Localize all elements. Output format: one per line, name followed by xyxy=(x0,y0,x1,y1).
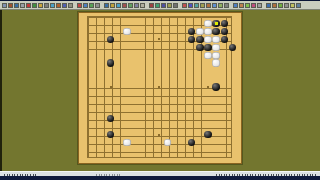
toolbar-icon[interactable] xyxy=(20,3,25,8)
toolbar-icon[interactable] xyxy=(200,3,205,8)
toolbar-icon[interactable] xyxy=(239,3,244,8)
toolbar-icon[interactable] xyxy=(173,3,178,8)
toolbar-icon[interactable] xyxy=(44,3,49,8)
black-stone xyxy=(229,44,236,51)
toolbar-icon[interactable] xyxy=(104,3,109,8)
toolbar-group xyxy=(2,3,73,8)
toolbar-group xyxy=(149,3,178,8)
toolbar-icon[interactable] xyxy=(257,3,262,8)
toolbar-icon[interactable] xyxy=(149,3,154,8)
toolbar-icon[interactable] xyxy=(212,3,217,8)
toolbar-icon[interactable] xyxy=(83,3,88,8)
toolbar-group xyxy=(77,3,100,8)
toolbar-icon[interactable] xyxy=(77,3,82,8)
toolbar-icon[interactable] xyxy=(50,3,55,8)
toolbar-icon[interactable] xyxy=(290,3,295,8)
toolbar-icon[interactable] xyxy=(161,3,166,8)
black-stone xyxy=(212,28,219,35)
white-stone xyxy=(204,36,211,43)
black-stone xyxy=(204,44,211,51)
toolbar-icon[interactable] xyxy=(2,3,7,8)
hoshi-point xyxy=(110,86,112,88)
toolbar-icon[interactable] xyxy=(14,3,19,8)
toolbar-icon[interactable] xyxy=(140,3,145,8)
last-move-marker xyxy=(215,22,218,25)
toolbar-group xyxy=(104,3,145,8)
toolbar-icon[interactable] xyxy=(8,3,13,8)
toolbar-icon[interactable] xyxy=(38,3,43,8)
toolbar-icon[interactable] xyxy=(188,3,193,8)
toolbar-icon[interactable] xyxy=(62,3,67,8)
white-stone xyxy=(123,139,130,146)
white-stone xyxy=(196,28,203,35)
toolbar-icon[interactable] xyxy=(182,3,187,8)
toolbar-icon[interactable] xyxy=(89,3,94,8)
toolbar-icon[interactable] xyxy=(206,3,211,8)
toolbar-icon[interactable] xyxy=(251,3,256,8)
toolbar-icon[interactable] xyxy=(122,3,127,8)
toolbar-icon[interactable] xyxy=(167,3,172,8)
taskbar xyxy=(0,176,320,180)
toolbar-icon[interactable] xyxy=(245,3,250,8)
white-stone xyxy=(204,28,211,35)
toolbar-icon[interactable] xyxy=(296,3,301,8)
white-stone xyxy=(212,59,219,66)
white-stone xyxy=(212,36,219,43)
toolbar-icon[interactable] xyxy=(116,3,121,8)
black-stone xyxy=(221,28,228,35)
toolbar-group xyxy=(182,3,229,8)
toolbar-group xyxy=(233,3,262,8)
go-client-window xyxy=(0,0,320,180)
hoshi-point xyxy=(207,86,209,88)
toolbar-icon[interactable] xyxy=(278,3,283,8)
toolbar-icon[interactable] xyxy=(110,3,115,8)
toolbar-icon[interactable] xyxy=(155,3,160,8)
toolbar xyxy=(0,1,320,10)
toolbar-icon[interactable] xyxy=(266,3,271,8)
white-stone xyxy=(212,52,219,59)
desktop-left-edge xyxy=(0,10,2,171)
toolbar-icon[interactable] xyxy=(134,3,139,8)
black-stone xyxy=(212,83,219,90)
black-stone xyxy=(196,44,203,51)
black-stone xyxy=(196,36,203,43)
black-stone xyxy=(221,20,228,27)
toolbar-icon[interactable] xyxy=(218,3,223,8)
white-stone xyxy=(204,52,211,59)
toolbar-icon[interactable] xyxy=(128,3,133,8)
toolbar-icon[interactable] xyxy=(56,3,61,8)
white-stone xyxy=(123,28,130,35)
toolbar-icon[interactable] xyxy=(233,3,238,8)
white-stone xyxy=(212,44,219,51)
toolbar-icon[interactable] xyxy=(68,3,73,8)
toolbar-icon[interactable] xyxy=(224,3,229,8)
toolbar-icon[interactable] xyxy=(272,3,277,8)
toolbar-icon[interactable] xyxy=(32,3,37,8)
toolbar-group xyxy=(266,3,301,8)
toolbar-icon[interactable] xyxy=(284,3,289,8)
toolbar-icon[interactable] xyxy=(95,3,100,8)
black-stone xyxy=(204,131,211,138)
goban[interactable] xyxy=(78,12,242,164)
toolbar-icon[interactable] xyxy=(194,3,199,8)
black-stone xyxy=(221,36,228,43)
toolbar-icon[interactable] xyxy=(26,3,31,8)
white-stone xyxy=(204,20,211,27)
